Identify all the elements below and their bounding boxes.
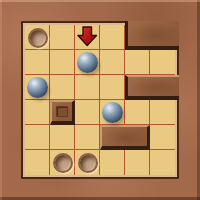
- board-cell[interactable]: [50, 50, 75, 75]
- board-cell[interactable]: [125, 50, 150, 75]
- board-cell[interactable]: [150, 125, 175, 150]
- wall-block-recess: [56, 106, 68, 117]
- board-cell[interactable]: [150, 100, 175, 125]
- hole: [53, 153, 73, 173]
- wall-block: [100, 125, 150, 150]
- puzzle-board: [25, 25, 175, 175]
- board-cell[interactable]: [25, 150, 50, 175]
- board-cell[interactable]: [150, 50, 175, 75]
- board-cell[interactable]: [75, 125, 100, 150]
- board-bevel-inner: [23, 23, 177, 177]
- board-cell[interactable]: [50, 25, 75, 50]
- move-direction-arrow[interactable]: [75, 25, 100, 50]
- board-cell[interactable]: [75, 100, 100, 125]
- board-cell[interactable]: [125, 100, 150, 125]
- board-cell[interactable]: [100, 150, 125, 175]
- board-bevel-outer: [21, 21, 179, 179]
- board-cell[interactable]: [50, 75, 75, 100]
- board-cell[interactable]: [25, 100, 50, 125]
- board-cell[interactable]: [25, 50, 50, 75]
- board-cell[interactable]: [25, 125, 50, 150]
- hole: [28, 28, 48, 48]
- marble[interactable]: [27, 77, 48, 98]
- board-cell[interactable]: [75, 75, 100, 100]
- wall-block: [125, 75, 179, 100]
- hole: [78, 153, 98, 173]
- board-cell[interactable]: [100, 75, 125, 100]
- board-cell[interactable]: [125, 150, 150, 175]
- board-cell[interactable]: [50, 125, 75, 150]
- board-cell[interactable]: [150, 150, 175, 175]
- down-arrow-icon: [75, 25, 100, 50]
- board-cell[interactable]: [100, 25, 125, 50]
- wall-block: [125, 21, 179, 50]
- wall-block: [50, 100, 75, 125]
- marble[interactable]: [77, 52, 98, 73]
- marble[interactable]: [102, 102, 123, 123]
- game-screen: [0, 0, 200, 200]
- board-cell[interactable]: [100, 50, 125, 75]
